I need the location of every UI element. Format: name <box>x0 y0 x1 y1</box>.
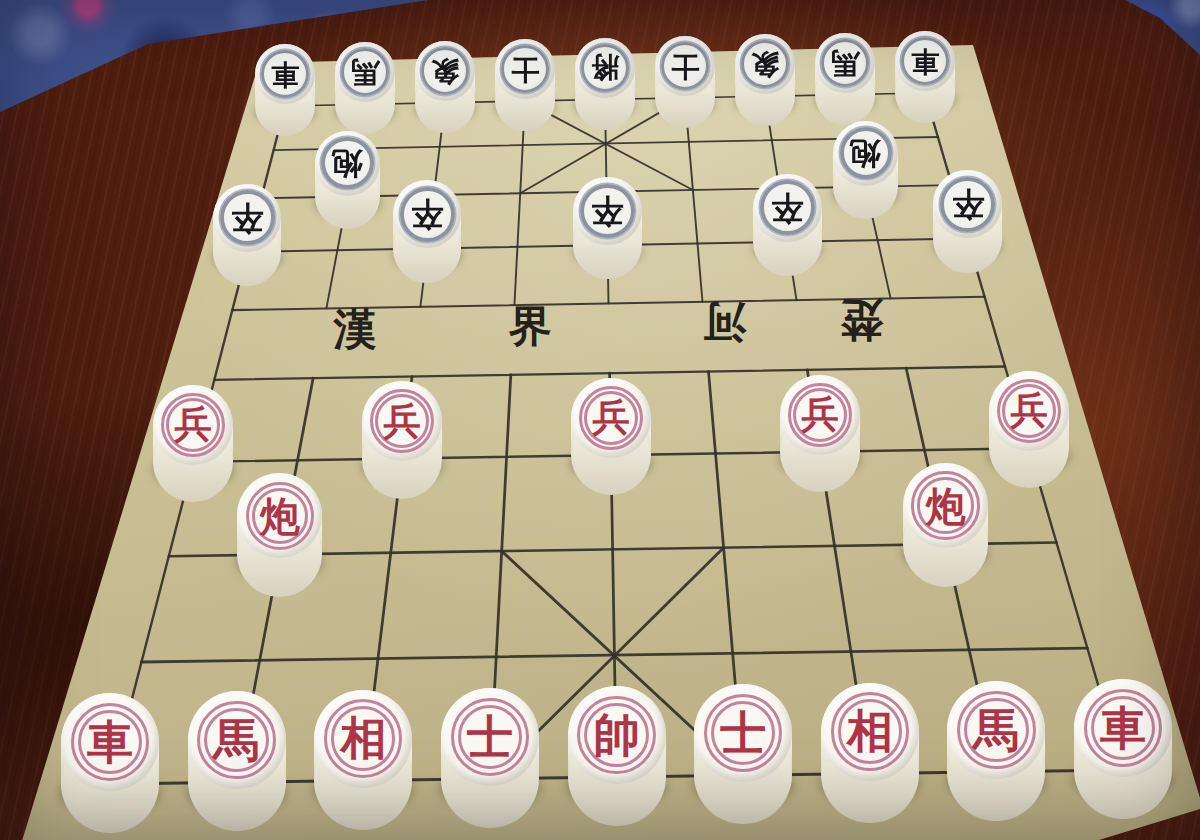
piece-red-advisor[interactable]: 士 <box>441 688 539 828</box>
piece-character: 兵 <box>592 399 630 437</box>
piece-ring: 馬 <box>821 39 869 87</box>
piece-character: 車 <box>911 47 939 75</box>
piece-red-soldier[interactable]: 兵 <box>571 378 651 495</box>
piece-ring: 相 <box>831 692 909 770</box>
piece-ring: 帥 <box>577 696 655 774</box>
piece-character: 士 <box>467 714 513 760</box>
piece-character: 帥 <box>593 712 639 758</box>
piece-character: 卒 <box>952 188 984 220</box>
piece-ring: 兵 <box>997 379 1061 443</box>
piece-character: 兵 <box>174 406 212 444</box>
piece-red-horse[interactable]: 馬 <box>188 691 286 831</box>
piece-character: 兵 <box>801 396 839 434</box>
piece-character: 兵 <box>383 403 421 441</box>
piece-black-soldier[interactable]: 卒 <box>573 177 641 279</box>
piece-character: 卒 <box>591 195 623 227</box>
piece-character: 炮 <box>332 148 363 179</box>
piece-black-chariot[interactable]: 車 <box>895 31 955 123</box>
piece-face: 車 <box>1074 679 1172 777</box>
piece-face: 卒 <box>213 184 281 252</box>
piece-ring: 象 <box>741 40 789 88</box>
piece-ring: 將 <box>581 44 629 92</box>
piece-character: 象 <box>751 50 779 78</box>
piece-ring: 炮 <box>911 471 979 539</box>
piece-red-soldier[interactable]: 兵 <box>780 375 860 492</box>
piece-red-chariot[interactable]: 車 <box>61 693 159 833</box>
piece-character: 馬 <box>214 717 260 763</box>
piece-character: 車 <box>1100 705 1146 751</box>
piece-black-elephant[interactable]: 象 <box>415 41 475 133</box>
piece-red-soldier[interactable]: 兵 <box>362 381 442 498</box>
piece-ring: 卒 <box>940 177 995 232</box>
piece-face: 卒 <box>573 177 641 245</box>
piece-black-soldier[interactable]: 卒 <box>213 184 281 286</box>
piece-character: 士 <box>720 710 766 756</box>
piece-face: 炮 <box>833 121 898 186</box>
piece-face: 馬 <box>335 42 395 102</box>
piece-black-horse[interactable]: 馬 <box>815 33 875 125</box>
piece-red-soldier[interactable]: 兵 <box>153 385 233 502</box>
piece-ring: 馬 <box>197 701 275 779</box>
piece-character: 炮 <box>260 496 300 536</box>
photo-stage: 漢界河楚 車馬象士將士象馬車炮炮卒卒卒卒卒兵兵兵兵兵炮炮車馬相士帥士相馬車 <box>0 0 1200 840</box>
piece-face: 將 <box>575 38 635 98</box>
piece-ring: 馬 <box>957 691 1035 769</box>
piece-face: 卒 <box>933 170 1001 238</box>
piece-character: 兵 <box>1010 392 1048 430</box>
piece-character: 相 <box>847 708 893 754</box>
piece-face: 馬 <box>815 33 875 93</box>
piece-ring: 車 <box>261 50 309 98</box>
piece-ring: 兵 <box>579 386 643 450</box>
piece-face: 象 <box>415 41 475 101</box>
piece-red-cannon[interactable]: 炮 <box>237 473 322 597</box>
piece-ring: 兵 <box>370 389 434 453</box>
piece-ring: 車 <box>901 37 949 85</box>
pieces-layer: 車馬象士將士象馬車炮炮卒卒卒卒卒兵兵兵兵兵炮炮車馬相士帥士相馬車 <box>0 0 1200 840</box>
piece-red-soldier[interactable]: 兵 <box>989 371 1069 488</box>
piece-ring: 士 <box>661 42 709 90</box>
piece-ring: 卒 <box>760 180 815 235</box>
piece-ring: 炮 <box>246 482 314 550</box>
piece-ring: 兵 <box>161 393 225 457</box>
piece-character: 炮 <box>850 138 881 169</box>
piece-face: 兵 <box>571 378 651 458</box>
piece-character: 卒 <box>771 192 803 224</box>
piece-face: 炮 <box>903 463 988 548</box>
piece-ring: 卒 <box>400 187 455 242</box>
piece-face: 兵 <box>780 375 860 455</box>
piece-black-advisor[interactable]: 士 <box>495 39 555 131</box>
piece-character: 馬 <box>351 58 379 86</box>
piece-ring: 象 <box>421 47 469 95</box>
piece-character: 將 <box>591 53 619 81</box>
piece-black-cannon[interactable]: 炮 <box>833 121 898 220</box>
piece-black-advisor[interactable]: 士 <box>655 36 715 128</box>
piece-face: 兵 <box>989 371 1069 451</box>
piece-red-chariot[interactable]: 車 <box>1074 679 1172 819</box>
piece-ring: 士 <box>501 45 549 93</box>
piece-character: 士 <box>671 52 699 80</box>
piece-face: 帥 <box>568 686 666 784</box>
piece-face: 兵 <box>153 385 233 465</box>
piece-black-chariot[interactable]: 車 <box>255 44 315 136</box>
piece-black-elephant[interactable]: 象 <box>735 34 795 126</box>
piece-face: 車 <box>895 31 955 91</box>
piece-face: 馬 <box>188 691 286 789</box>
piece-ring: 炮 <box>840 127 892 179</box>
piece-ring: 士 <box>704 694 782 772</box>
piece-ring: 卒 <box>580 184 635 239</box>
piece-face: 士 <box>441 688 539 786</box>
piece-face: 士 <box>694 684 792 782</box>
piece-character: 炮 <box>925 486 965 526</box>
piece-ring: 車 <box>71 703 149 781</box>
piece-black-general[interactable]: 將 <box>575 38 635 130</box>
piece-character: 馬 <box>831 49 859 77</box>
piece-character: 車 <box>87 719 133 765</box>
piece-ring: 相 <box>324 699 402 777</box>
piece-red-horse[interactable]: 馬 <box>947 681 1045 821</box>
piece-character: 卒 <box>411 198 443 230</box>
piece-red-cannon[interactable]: 炮 <box>903 463 988 587</box>
piece-face: 象 <box>735 34 795 94</box>
piece-black-soldier[interactable]: 卒 <box>933 170 1001 272</box>
piece-red-elephant[interactable]: 相 <box>821 683 919 823</box>
piece-ring: 馬 <box>341 48 389 96</box>
piece-character: 卒 <box>231 202 263 234</box>
piece-character: 相 <box>340 715 386 761</box>
piece-red-general[interactable]: 帥 <box>568 686 666 826</box>
piece-character: 士 <box>511 55 539 83</box>
piece-ring: 兵 <box>788 383 852 447</box>
piece-face: 兵 <box>362 381 442 461</box>
piece-black-soldier[interactable]: 卒 <box>393 180 461 282</box>
piece-black-cannon[interactable]: 炮 <box>315 131 380 230</box>
piece-ring: 炮 <box>321 137 373 189</box>
piece-face: 士 <box>655 36 715 96</box>
piece-face: 車 <box>255 44 315 104</box>
piece-face: 相 <box>821 683 919 781</box>
piece-face: 相 <box>314 690 412 788</box>
piece-red-elephant[interactable]: 相 <box>314 690 412 830</box>
piece-black-soldier[interactable]: 卒 <box>753 174 821 276</box>
piece-character: 象 <box>431 57 459 85</box>
piece-character: 馬 <box>973 707 1019 753</box>
piece-face: 士 <box>495 39 555 99</box>
piece-face: 炮 <box>315 131 380 196</box>
piece-red-advisor[interactable]: 士 <box>694 684 792 824</box>
piece-black-horse[interactable]: 馬 <box>335 42 395 134</box>
piece-face: 卒 <box>753 174 821 242</box>
piece-ring: 卒 <box>220 190 275 245</box>
piece-ring: 車 <box>1084 689 1162 767</box>
piece-face: 車 <box>61 693 159 791</box>
piece-character: 車 <box>271 60 299 88</box>
piece-ring: 士 <box>451 698 529 776</box>
piece-face: 馬 <box>947 681 1045 779</box>
